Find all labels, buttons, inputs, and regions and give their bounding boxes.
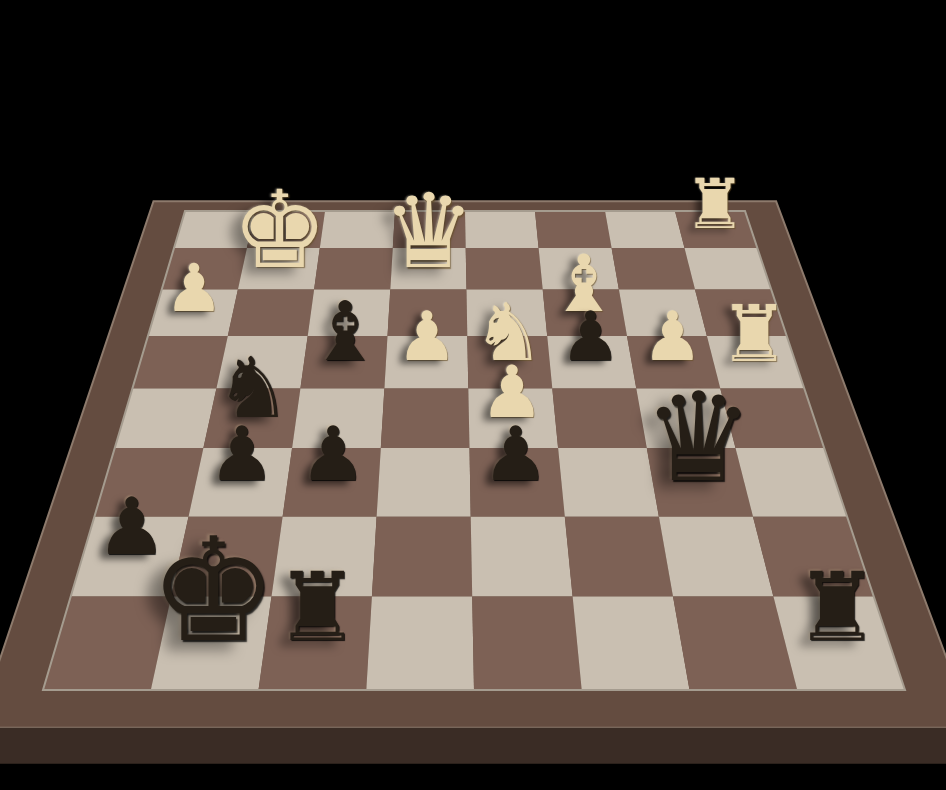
square-c5[interactable]	[552, 388, 647, 448]
square-b2[interactable]	[612, 248, 695, 289]
square-d7[interactable]	[471, 517, 573, 597]
piece-black-rook-f8[interactable]: ♜	[275, 560, 360, 655]
square-a2[interactable]	[685, 248, 772, 289]
piece-black-pawn-f6[interactable]: ♟	[299, 417, 366, 492]
square-c7[interactable]	[565, 517, 673, 597]
piece-white-rook-a1[interactable]: ♜	[684, 170, 746, 239]
piece-black-bishop-f4[interactable]: ♝	[308, 292, 382, 374]
square-d2[interactable]	[466, 248, 543, 289]
piece-white-queen-e2[interactable]: ♛	[383, 181, 475, 284]
piece-black-pawn-d6[interactable]: ♟	[482, 417, 549, 492]
square-g3[interactable]	[228, 290, 314, 337]
square-d8[interactable]	[472, 596, 582, 690]
piece-black-pawn-g6[interactable]: ♟	[208, 417, 275, 492]
square-e8[interactable]	[366, 596, 474, 690]
piece-black-king-g8[interactable]: ♚	[149, 520, 277, 663]
chess-3d-scene: ♜♚♛♝♟♜♟♟♞♟♝♟♞♛♟♟♟♟♜♜♚	[0, 0, 946, 790]
piece-white-king-g2[interactable]: ♚	[232, 177, 328, 284]
piece-black-queen-b6[interactable]: ♛	[643, 377, 753, 500]
piece-white-rook-a4[interactable]: ♜	[719, 295, 789, 373]
square-e5[interactable]	[381, 388, 470, 448]
piece-white-pawn-e4[interactable]: ♟	[396, 304, 457, 372]
square-d1[interactable]	[465, 211, 539, 248]
piece-white-pawn-h3[interactable]: ♟	[164, 256, 223, 322]
piece-black-rook-a8[interactable]: ♜	[794, 560, 879, 655]
square-e6[interactable]	[377, 448, 471, 517]
chess-board	[0, 0, 946, 790]
piece-black-pawn-c4[interactable]: ♟	[560, 304, 621, 372]
square-h4[interactable]	[132, 336, 227, 388]
square-c8[interactable]	[573, 596, 690, 690]
piece-white-pawn-b4[interactable]: ♟	[642, 304, 703, 372]
square-e7[interactable]	[372, 517, 472, 597]
board-frame-front	[0, 728, 946, 764]
